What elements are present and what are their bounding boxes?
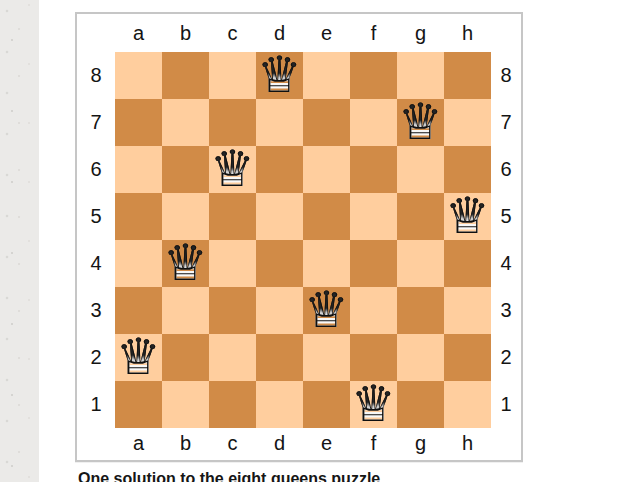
file-label-bottom-g: g <box>397 428 444 458</box>
square-a4 <box>115 240 162 287</box>
file-label-top-h: h <box>444 14 491 52</box>
queen-b4: ♛♕ <box>162 240 209 287</box>
square-a5 <box>115 193 162 240</box>
square-d1 <box>256 381 303 428</box>
rank-label-left-8: 8 <box>77 52 115 99</box>
file-label-top-g: g <box>397 14 444 52</box>
square-h1 <box>444 381 491 428</box>
figure-caption: One solution to the eight queens puzzle <box>78 470 380 482</box>
square-b5 <box>162 193 209 240</box>
square-a6 <box>115 146 162 193</box>
rank-label-left-5: 5 <box>77 193 115 240</box>
rank-label-left-2: 2 <box>77 334 115 381</box>
square-f1: ♛♕ <box>350 381 397 428</box>
square-f8 <box>350 52 397 99</box>
square-e8 <box>303 52 350 99</box>
page-margin-texture <box>0 0 39 482</box>
file-label-bottom-f: f <box>350 428 397 458</box>
square-h8 <box>444 52 491 99</box>
square-g8 <box>397 52 444 99</box>
square-a7 <box>115 99 162 146</box>
square-f4 <box>350 240 397 287</box>
square-d7 <box>256 99 303 146</box>
square-g6 <box>397 146 444 193</box>
square-g7: ♛♕ <box>397 99 444 146</box>
square-b6 <box>162 146 209 193</box>
queen-g7: ♛♕ <box>397 99 444 146</box>
square-b4: ♛♕ <box>162 240 209 287</box>
queen-a2: ♛♕ <box>115 334 162 381</box>
square-e7 <box>303 99 350 146</box>
square-b1 <box>162 381 209 428</box>
file-label-bottom-e: e <box>303 428 350 458</box>
square-g1 <box>397 381 444 428</box>
file-label-bottom-c: c <box>209 428 256 458</box>
queen-glyph-outline: ♕ <box>210 146 255 193</box>
square-h4 <box>444 240 491 287</box>
file-label-bottom-b: b <box>162 428 209 458</box>
square-g2 <box>397 334 444 381</box>
square-h5: ♛♕ <box>444 193 491 240</box>
file-label-bottom-h: h <box>444 428 491 458</box>
square-e6 <box>303 146 350 193</box>
square-d4 <box>256 240 303 287</box>
queen-e3: ♛♕ <box>303 287 350 334</box>
rank-label-left-6: 6 <box>77 146 115 193</box>
rank-label-right-8: 8 <box>491 52 521 99</box>
square-h3 <box>444 287 491 334</box>
rank-label-right-3: 3 <box>491 287 521 334</box>
rank-label-right-2: 2 <box>491 334 521 381</box>
square-f6 <box>350 146 397 193</box>
file-label-bottom-a: a <box>115 428 162 458</box>
rank-label-left-7: 7 <box>77 99 115 146</box>
square-g4 <box>397 240 444 287</box>
square-h6 <box>444 146 491 193</box>
queen-f1: ♛♕ <box>350 381 397 428</box>
file-label-top-c: c <box>209 14 256 52</box>
square-a2: ♛♕ <box>115 334 162 381</box>
square-g5 <box>397 193 444 240</box>
queen-glyph-outline: ♕ <box>304 287 349 334</box>
board-corner <box>77 14 115 52</box>
square-b2 <box>162 334 209 381</box>
square-f2 <box>350 334 397 381</box>
queen-h5: ♛♕ <box>444 193 491 240</box>
queen-glyph-outline: ♕ <box>398 99 443 146</box>
file-label-top-e: e <box>303 14 350 52</box>
square-d2 <box>256 334 303 381</box>
square-e2 <box>303 334 350 381</box>
board-corner <box>491 14 521 52</box>
rank-label-right-7: 7 <box>491 99 521 146</box>
square-f3 <box>350 287 397 334</box>
rank-label-left-1: 1 <box>77 381 115 428</box>
square-d5 <box>256 193 303 240</box>
queen-c6: ♛♕ <box>209 146 256 193</box>
square-f7 <box>350 99 397 146</box>
square-c4 <box>209 240 256 287</box>
rank-label-right-6: 6 <box>491 146 521 193</box>
square-c8 <box>209 52 256 99</box>
rank-label-left-4: 4 <box>77 240 115 287</box>
square-h7 <box>444 99 491 146</box>
chessboard: abcdefgh8♛♕87♛♕76♛♕65♛♕54♛♕43♛♕32♛♕21♛♕1… <box>77 14 521 458</box>
queen-glyph-outline: ♕ <box>351 381 396 428</box>
board-corner <box>491 428 521 458</box>
square-h2 <box>444 334 491 381</box>
queen-glyph-outline: ♕ <box>257 52 302 99</box>
rank-label-left-3: 3 <box>77 287 115 334</box>
square-f5 <box>350 193 397 240</box>
rank-label-right-4: 4 <box>491 240 521 287</box>
square-c7 <box>209 99 256 146</box>
square-b8 <box>162 52 209 99</box>
rank-label-right-5: 5 <box>491 193 521 240</box>
queen-glyph-outline: ♕ <box>116 334 161 381</box>
square-b3 <box>162 287 209 334</box>
queen-glyph-outline: ♕ <box>163 240 208 287</box>
square-d8: ♛♕ <box>256 52 303 99</box>
chess-diagram-figure: abcdefgh8♛♕87♛♕76♛♕65♛♕54♛♕43♛♕32♛♕21♛♕1… <box>75 12 523 462</box>
square-a3 <box>115 287 162 334</box>
square-b7 <box>162 99 209 146</box>
file-label-bottom-d: d <box>256 428 303 458</box>
file-label-top-b: b <box>162 14 209 52</box>
square-g3 <box>397 287 444 334</box>
queen-glyph-outline: ♕ <box>445 193 490 240</box>
rank-label-right-1: 1 <box>491 381 521 428</box>
square-d6 <box>256 146 303 193</box>
square-e1 <box>303 381 350 428</box>
square-a1 <box>115 381 162 428</box>
queen-d8: ♛♕ <box>256 52 303 99</box>
square-e4 <box>303 240 350 287</box>
square-e5 <box>303 193 350 240</box>
square-c3 <box>209 287 256 334</box>
square-c2 <box>209 334 256 381</box>
board-corner <box>77 428 115 458</box>
square-c5 <box>209 193 256 240</box>
file-label-top-a: a <box>115 14 162 52</box>
square-e3: ♛♕ <box>303 287 350 334</box>
square-c1 <box>209 381 256 428</box>
file-label-top-f: f <box>350 14 397 52</box>
square-c6: ♛♕ <box>209 146 256 193</box>
square-a8 <box>115 52 162 99</box>
square-d3 <box>256 287 303 334</box>
